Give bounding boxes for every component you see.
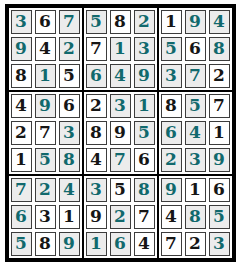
cell-r7c9[interactable]: 6 (209, 178, 230, 202)
cell-r9c5[interactable]: 6 (110, 232, 131, 256)
cell-r3c1[interactable]: 8 (11, 64, 32, 88)
cell-r2c9[interactable]: 8 (209, 37, 230, 61)
cell-r3c5[interactable]: 4 (110, 64, 131, 88)
cell-r3c7[interactable]: 3 (161, 64, 182, 88)
cell-r6c9[interactable]: 9 (209, 148, 230, 172)
cell-r2c4[interactable]: 7 (86, 37, 107, 61)
cell-r3c3[interactable]: 5 (59, 64, 80, 88)
cell-r4c5[interactable]: 3 (110, 94, 131, 118)
cell-r7c3[interactable]: 4 (59, 178, 80, 202)
cell-r1c1[interactable]: 3 (11, 10, 32, 34)
cell-r3c2[interactable]: 1 (35, 64, 56, 88)
cell-r1c6[interactable]: 2 (134, 10, 155, 34)
cell-r2c1[interactable]: 9 (11, 37, 32, 61)
cell-r3c8[interactable]: 7 (185, 64, 206, 88)
sudoku-box-1: 367942815 (9, 8, 82, 90)
cell-r1c9[interactable]: 4 (209, 10, 230, 34)
cell-r7c4[interactable]: 3 (86, 178, 107, 202)
cell-r1c2[interactable]: 6 (35, 10, 56, 34)
cell-r8c5[interactable]: 2 (110, 205, 131, 229)
cell-r9c6[interactable]: 4 (134, 232, 155, 256)
cell-r8c6[interactable]: 7 (134, 205, 155, 229)
cell-r4c2[interactable]: 9 (35, 94, 56, 118)
cell-r6c1[interactable]: 1 (11, 148, 32, 172)
cell-r4c6[interactable]: 1 (134, 94, 155, 118)
cell-r4c9[interactable]: 7 (209, 94, 230, 118)
cell-r1c3[interactable]: 7 (59, 10, 80, 34)
cell-r4c1[interactable]: 4 (11, 94, 32, 118)
cell-r6c6[interactable]: 6 (134, 148, 155, 172)
cell-r5c1[interactable]: 2 (11, 121, 32, 145)
sudoku-box-2: 582713649 (84, 8, 157, 90)
sudoku-box-9: 916485723 (159, 176, 232, 258)
sudoku-box-8: 358927164 (84, 176, 157, 258)
cell-r9c8[interactable]: 2 (185, 232, 206, 256)
cell-r2c2[interactable]: 4 (35, 37, 56, 61)
sudoku-page: 3679428155827136491945683724962731582318… (0, 0, 240, 265)
cell-r7c6[interactable]: 8 (134, 178, 155, 202)
cell-r7c8[interactable]: 1 (185, 178, 206, 202)
cell-r4c8[interactable]: 5 (185, 94, 206, 118)
cell-r6c3[interactable]: 8 (59, 148, 80, 172)
sudoku-board: 3679428155827136491945683724962731582318… (5, 4, 236, 262)
cell-r9c9[interactable]: 3 (209, 232, 230, 256)
cell-r3c6[interactable]: 9 (134, 64, 155, 88)
cell-r7c2[interactable]: 2 (35, 178, 56, 202)
cell-r5c9[interactable]: 1 (209, 121, 230, 145)
cell-r5c2[interactable]: 7 (35, 121, 56, 145)
cell-r9c1[interactable]: 5 (11, 232, 32, 256)
cell-r7c7[interactable]: 9 (161, 178, 182, 202)
cell-r1c5[interactable]: 8 (110, 10, 131, 34)
cell-r5c6[interactable]: 5 (134, 121, 155, 145)
cell-r4c4[interactable]: 2 (86, 94, 107, 118)
cell-r6c8[interactable]: 3 (185, 148, 206, 172)
cell-r2c6[interactable]: 3 (134, 37, 155, 61)
cell-r6c7[interactable]: 2 (161, 148, 182, 172)
cell-r2c3[interactable]: 2 (59, 37, 80, 61)
cell-r8c7[interactable]: 4 (161, 205, 182, 229)
sudoku-box-6: 857641239 (159, 92, 232, 174)
cell-r2c7[interactable]: 5 (161, 37, 182, 61)
cell-r9c2[interactable]: 8 (35, 232, 56, 256)
sudoku-box-3: 194568372 (159, 8, 232, 90)
cell-r4c7[interactable]: 8 (161, 94, 182, 118)
sudoku-box-5: 231895476 (84, 92, 157, 174)
sudoku-box-4: 496273158 (9, 92, 82, 174)
cell-r7c1[interactable]: 7 (11, 178, 32, 202)
cell-r8c2[interactable]: 3 (35, 205, 56, 229)
cell-r9c3[interactable]: 9 (59, 232, 80, 256)
cell-r9c7[interactable]: 7 (161, 232, 182, 256)
cell-r2c8[interactable]: 6 (185, 37, 206, 61)
cell-r8c8[interactable]: 8 (185, 205, 206, 229)
cell-r5c7[interactable]: 6 (161, 121, 182, 145)
cell-r6c5[interactable]: 7 (110, 148, 131, 172)
cell-r6c4[interactable]: 4 (86, 148, 107, 172)
cell-r6c2[interactable]: 5 (35, 148, 56, 172)
cell-r9c4[interactable]: 1 (86, 232, 107, 256)
cell-r5c8[interactable]: 4 (185, 121, 206, 145)
cell-r1c4[interactable]: 5 (86, 10, 107, 34)
cell-r3c4[interactable]: 6 (86, 64, 107, 88)
sudoku-box-7: 724631589 (9, 176, 82, 258)
cell-r5c5[interactable]: 9 (110, 121, 131, 145)
cell-r1c7[interactable]: 1 (161, 10, 182, 34)
cell-r1c8[interactable]: 9 (185, 10, 206, 34)
cell-r7c5[interactable]: 5 (110, 178, 131, 202)
cell-r8c4[interactable]: 9 (86, 205, 107, 229)
cell-r5c3[interactable]: 3 (59, 121, 80, 145)
cell-r4c3[interactable]: 6 (59, 94, 80, 118)
cell-r2c5[interactable]: 1 (110, 37, 131, 61)
cell-r3c9[interactable]: 2 (209, 64, 230, 88)
cell-r8c1[interactable]: 6 (11, 205, 32, 229)
cell-r8c3[interactable]: 1 (59, 205, 80, 229)
cell-r5c4[interactable]: 8 (86, 121, 107, 145)
cell-r8c9[interactable]: 5 (209, 205, 230, 229)
